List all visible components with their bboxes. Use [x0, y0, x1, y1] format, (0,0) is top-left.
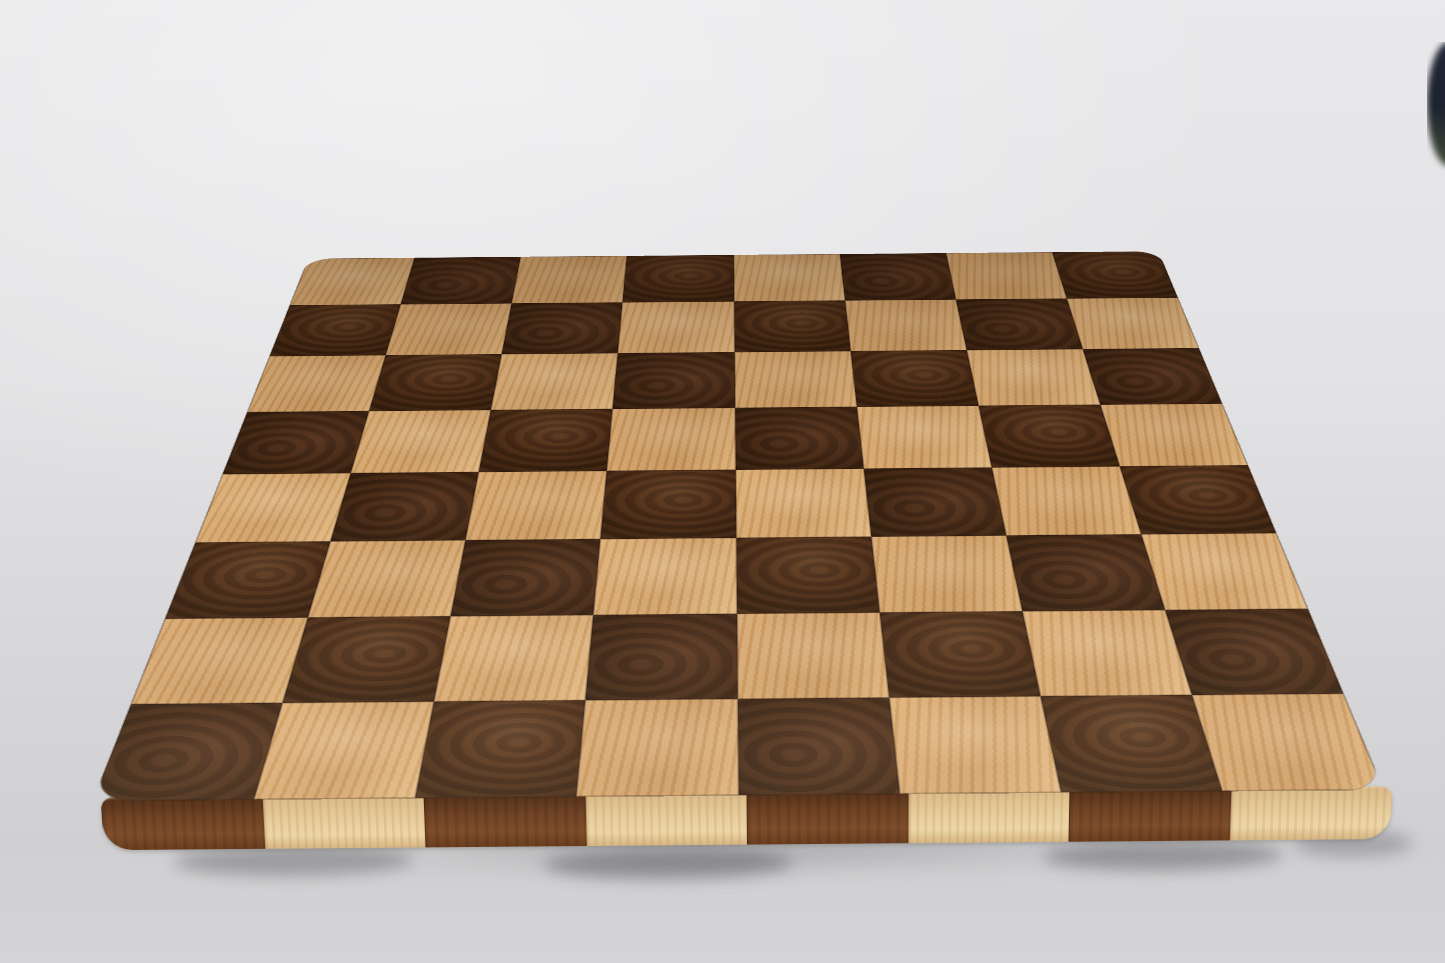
board-cell	[415, 700, 585, 798]
board-cell	[607, 408, 735, 471]
board-cell	[290, 258, 415, 306]
board-cell	[956, 299, 1083, 351]
front-face-stripe	[1229, 786, 1392, 840]
board-cell	[434, 615, 593, 702]
board-cell	[871, 535, 1022, 612]
board-cell	[623, 255, 734, 302]
board-cell	[196, 473, 351, 543]
board-cell	[734, 351, 856, 408]
board-cell	[369, 354, 502, 411]
board-cell	[734, 301, 851, 353]
board-cell	[967, 349, 1101, 406]
board-cell	[736, 612, 888, 698]
board-cell	[737, 698, 899, 796]
front-face-stripe	[424, 793, 587, 847]
board-cell	[1052, 251, 1178, 298]
board-scene	[0, 0, 1445, 963]
board-cell	[857, 406, 992, 468]
board-cell	[93, 703, 283, 801]
board-cell	[863, 467, 1006, 536]
board-cell	[1022, 610, 1192, 696]
board-cell	[451, 539, 601, 616]
board-cell	[586, 614, 738, 701]
board-cell	[491, 353, 618, 410]
board-cell	[512, 256, 627, 303]
front-face-stripe	[747, 791, 908, 845]
board-cell	[254, 701, 434, 799]
board-cell	[601, 470, 736, 539]
board-cell	[946, 252, 1067, 299]
board-cell	[1100, 404, 1247, 466]
board-cell	[466, 471, 607, 540]
board-cell	[1192, 694, 1384, 791]
board-cell	[308, 540, 466, 617]
board-cell	[594, 538, 737, 615]
board-cell	[331, 472, 479, 541]
board-cell	[1067, 298, 1199, 350]
front-face-stripe	[262, 795, 425, 849]
board-cell	[1141, 533, 1308, 610]
board-cell	[1165, 609, 1343, 695]
board-cell	[1006, 534, 1165, 611]
board-cell	[577, 699, 738, 797]
board-cell	[283, 616, 451, 703]
board-cell	[733, 254, 844, 301]
board-grid	[93, 251, 1384, 800]
board-cell	[1083, 348, 1222, 405]
board-cell	[401, 257, 521, 304]
board-cell	[735, 468, 871, 537]
front-face-stripe	[1069, 788, 1232, 842]
board-cell	[736, 536, 879, 613]
board-cell	[386, 303, 512, 355]
board-cell	[991, 466, 1141, 535]
board-cell	[978, 405, 1119, 467]
board-cell	[889, 696, 1061, 793]
board-cell	[735, 407, 864, 470]
board-cell	[247, 355, 385, 412]
board-cell	[840, 253, 956, 300]
board-cell	[850, 350, 978, 407]
board-cell	[479, 409, 613, 472]
board-cell	[845, 300, 967, 352]
board-cell	[1040, 695, 1222, 792]
board-cell	[1120, 465, 1277, 534]
board-cell	[613, 352, 735, 409]
board-cell	[502, 302, 623, 354]
board-cell	[351, 410, 491, 473]
photo-backdrop	[0, 0, 1445, 963]
board-cell	[165, 541, 330, 618]
board-cell	[618, 302, 734, 354]
front-face-stripe	[101, 796, 265, 850]
front-face-stripe	[908, 789, 1070, 843]
board-cell	[131, 617, 308, 704]
board-cell	[270, 304, 401, 356]
board-cell	[223, 411, 369, 474]
board-cell	[879, 611, 1040, 697]
front-face-stripe	[585, 792, 747, 846]
